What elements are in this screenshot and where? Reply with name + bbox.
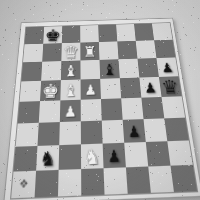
square-a7[interactable] <box>23 44 43 63</box>
grain-dot <box>183 23 184 24</box>
grain-dot <box>186 35 187 36</box>
square-g8[interactable] <box>134 24 154 41</box>
square-f1[interactable] <box>126 167 151 194</box>
square-b7[interactable] <box>42 43 62 62</box>
square-c3[interactable] <box>59 121 81 145</box>
grain-dot <box>4 164 5 165</box>
square-e7[interactable] <box>99 41 119 59</box>
grain-dot <box>3 37 4 38</box>
grain-dot <box>3 163 4 164</box>
square-h6[interactable]: ♟ <box>156 57 178 76</box>
grain-dot <box>11 43 12 44</box>
grain-dot <box>109 13 110 14</box>
grain-dot <box>50 5 51 6</box>
grain-dot <box>87 5 88 6</box>
black-bishop[interactable]: ♝ <box>100 60 120 80</box>
grain-dot <box>65 9 66 10</box>
black-king[interactable]: ♚ <box>43 27 62 45</box>
grain-dot <box>177 32 178 33</box>
grain-dot <box>168 9 169 10</box>
grain-dot <box>193 121 194 122</box>
black-queen[interactable]: ♛ <box>159 77 182 98</box>
grain-dot <box>15 19 16 20</box>
grain-dot <box>190 48 191 49</box>
grain-dot <box>101 13 102 14</box>
square-h1[interactable] <box>171 165 197 192</box>
grain-dot <box>174 5 175 6</box>
square-d1[interactable] <box>81 168 104 195</box>
grain-dot <box>13 13 14 14</box>
grain-dot <box>180 54 181 55</box>
grain-dot <box>91 14 92 15</box>
square-f3[interactable]: ♟ <box>123 119 146 143</box>
grain-dot <box>194 69 195 70</box>
white-king[interactable]: ♚ <box>40 81 61 102</box>
board-emblem-icon: ❖ <box>12 178 36 191</box>
grain-dot <box>5 29 6 30</box>
grain-dot <box>33 14 34 15</box>
square-d3[interactable] <box>81 121 103 145</box>
black-pawn[interactable]: ♟ <box>123 120 146 144</box>
grain-dot <box>176 2 177 3</box>
square-c6[interactable]: ♝ <box>61 60 81 80</box>
grain-dot <box>61 11 62 12</box>
square-c2[interactable] <box>59 144 81 170</box>
grain-dot <box>197 152 198 153</box>
square-c5[interactable]: ♝ <box>60 79 80 100</box>
white-pawn[interactable]: ♟ <box>81 80 101 101</box>
square-f5[interactable] <box>120 78 142 99</box>
square-d8[interactable] <box>80 25 99 42</box>
grain-dot <box>190 116 191 117</box>
grain-dot <box>195 47 196 48</box>
square-b3[interactable] <box>37 122 59 146</box>
square-a1[interactable]: ❖ <box>11 171 36 199</box>
grain-dot <box>106 17 107 18</box>
grain-dot <box>194 50 195 51</box>
grain-dot <box>0 45 1 46</box>
grain-dot <box>43 18 44 19</box>
square-b2[interactable]: ♞ <box>36 145 59 171</box>
grain-dot <box>8 7 9 8</box>
grain-dot <box>59 16 60 17</box>
black-pawn[interactable]: ♟ <box>157 58 179 78</box>
grain-dot <box>185 34 186 35</box>
grain-dot <box>198 18 199 19</box>
square-h3[interactable] <box>164 118 188 142</box>
grain-dot <box>5 40 6 41</box>
grain-dot <box>24 19 25 20</box>
white-bishop[interactable]: ♝ <box>60 80 80 101</box>
square-a4[interactable] <box>18 101 40 123</box>
square-e3[interactable] <box>102 120 124 144</box>
grain-dot <box>123 12 124 13</box>
square-a6[interactable] <box>21 62 42 82</box>
square-f2[interactable] <box>124 142 148 167</box>
grain-dot <box>8 59 9 60</box>
square-e4[interactable] <box>101 98 123 120</box>
grain-dot <box>2 54 3 55</box>
grain-dot <box>183 27 184 28</box>
square-b5[interactable]: ♚ <box>40 80 61 101</box>
grain-dot <box>5 30 6 31</box>
square-b4[interactable] <box>39 100 61 122</box>
grain-dot <box>163 1 164 2</box>
square-d2[interactable]: ♞ <box>81 144 104 169</box>
square-g3[interactable] <box>144 118 168 142</box>
grain-dot <box>34 6 35 7</box>
square-b6[interactable] <box>41 61 61 81</box>
square-d6[interactable] <box>80 60 100 80</box>
square-a8[interactable] <box>25 27 45 45</box>
black-pawn[interactable]: ♟ <box>103 144 126 169</box>
chess-board[interactable]: ♚♛♜♝♝♟♚♝♟♟♛♟♟♞♞♟❖ <box>10 22 198 199</box>
grain-dot <box>46 2 47 3</box>
grain-dot <box>71 4 72 5</box>
white-bishop[interactable]: ♝ <box>61 61 81 81</box>
grain-dot <box>193 22 194 23</box>
grain-dot <box>15 32 16 33</box>
square-h7[interactable] <box>154 40 175 58</box>
square-c4[interactable]: ♟ <box>60 100 81 122</box>
grain-dot <box>57 3 58 4</box>
white-knight[interactable]: ♞ <box>81 145 104 171</box>
white-rook[interactable]: ♜ <box>80 43 99 62</box>
square-g5[interactable]: ♟ <box>139 77 161 98</box>
grain-dot <box>4 92 5 93</box>
chessboard-photo: ♚♛♜♝♝♟♚♝♟♟♛♟♟♞♞♟❖ <box>0 0 200 200</box>
square-g7[interactable] <box>136 40 157 58</box>
square-e8[interactable] <box>98 25 117 42</box>
grain-dot <box>83 4 84 5</box>
grain-dot <box>134 12 135 13</box>
square-b8[interactable]: ♚ <box>43 26 62 43</box>
grain-dot <box>83 2 84 3</box>
grain-dot <box>1 172 2 173</box>
square-e2[interactable]: ♟ <box>103 143 126 168</box>
grain-dot <box>193 7 194 8</box>
square-f7[interactable] <box>117 41 137 59</box>
square-e1[interactable] <box>104 167 128 194</box>
grain-dot <box>126 5 127 6</box>
square-a5[interactable] <box>20 81 42 102</box>
grain-dot <box>53 15 54 16</box>
square-h8[interactable] <box>152 23 173 40</box>
square-g6[interactable] <box>137 58 158 78</box>
square-a3[interactable] <box>16 123 39 147</box>
grain-dot <box>180 39 181 40</box>
square-g4[interactable] <box>141 97 164 119</box>
grain-dot <box>136 6 137 7</box>
square-c7[interactable]: ♛ <box>61 43 80 62</box>
square-a2[interactable] <box>13 146 37 172</box>
square-e6[interactable]: ♝ <box>99 59 119 79</box>
square-c8[interactable] <box>62 26 81 43</box>
square-d4[interactable] <box>81 99 102 121</box>
square-e5[interactable] <box>100 78 121 99</box>
white-queen[interactable]: ♛ <box>61 43 80 62</box>
grain-dot <box>30 9 31 10</box>
square-d5[interactable]: ♟ <box>81 79 101 100</box>
grain-dot <box>198 126 199 127</box>
board-frame: ♚♛♜♝♝♟♚♝♟♟♛♟♟♞♞♟❖ <box>3 18 200 200</box>
square-g2[interactable] <box>146 141 171 166</box>
square-h4[interactable] <box>162 96 186 118</box>
grain-dot <box>172 11 173 12</box>
grain-dot <box>1 89 2 90</box>
square-d7[interactable]: ♜ <box>80 42 99 60</box>
grain-dot <box>191 15 192 16</box>
grain-dot <box>82 9 83 10</box>
grain-dot <box>103 3 104 4</box>
grain-dot <box>141 7 142 8</box>
square-b1[interactable] <box>35 170 59 197</box>
black-pawn[interactable]: ♟ <box>139 78 161 99</box>
square-f8[interactable] <box>116 24 136 41</box>
square-h5[interactable]: ♛ <box>159 76 182 97</box>
white-pawn[interactable]: ♟ <box>60 101 81 123</box>
grain-dot <box>189 65 190 66</box>
square-f4[interactable] <box>121 98 143 120</box>
grain-dot <box>172 0 173 1</box>
square-h2[interactable] <box>167 140 192 165</box>
square-f6[interactable] <box>119 59 140 79</box>
square-c1[interactable] <box>58 169 81 196</box>
black-knight[interactable]: ♞ <box>36 146 59 172</box>
